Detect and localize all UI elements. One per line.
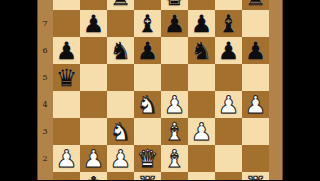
black-knight-c6: ♞ bbox=[110, 39, 132, 63]
rank-label-1: 1 bbox=[38, 172, 52, 180]
white-queen-d2: ♛ bbox=[137, 147, 159, 171]
square-d4: ♞ bbox=[134, 91, 161, 118]
square-b8 bbox=[80, 0, 107, 10]
square-c4 bbox=[107, 91, 134, 118]
square-c3: ♞ bbox=[107, 118, 134, 145]
square-a8 bbox=[53, 0, 80, 10]
square-h3 bbox=[242, 118, 269, 145]
white-knight-d4: ♞ bbox=[137, 93, 159, 117]
square-b5 bbox=[80, 64, 107, 91]
black-queen-a5: ♛ bbox=[56, 66, 78, 90]
square-h6: ♟ bbox=[242, 37, 269, 64]
square-d7: ♝ bbox=[134, 10, 161, 37]
square-c2: ♟ bbox=[107, 145, 134, 172]
black-pawn-b7: ♟ bbox=[83, 12, 105, 36]
square-f2 bbox=[188, 145, 215, 172]
rank-labels: 87654321 bbox=[38, 0, 53, 180]
square-e4: ♟ bbox=[161, 91, 188, 118]
black-knight-f6: ♞ bbox=[191, 39, 213, 63]
square-f1 bbox=[188, 172, 215, 180]
rank-label-7: 7 bbox=[38, 10, 52, 37]
black-pawn-g6: ♟ bbox=[218, 39, 240, 63]
square-a6: ♟ bbox=[53, 37, 80, 64]
rank-label-6: 6 bbox=[38, 37, 52, 64]
black-bishop-g7: ♝ bbox=[218, 12, 240, 36]
black-king-e8: ♚ bbox=[164, 0, 186, 9]
square-a2: ♟ bbox=[53, 145, 80, 172]
square-a3 bbox=[53, 118, 80, 145]
square-g1 bbox=[215, 172, 242, 180]
white-king-b1: ♚ bbox=[83, 174, 105, 181]
square-a5: ♛ bbox=[53, 64, 80, 91]
square-b6 bbox=[80, 37, 107, 64]
square-d1: ♜ bbox=[134, 172, 161, 180]
square-h8: ♜ bbox=[242, 0, 269, 10]
rank-label-8: 8 bbox=[38, 0, 52, 10]
black-pawn-e7: ♟ bbox=[164, 12, 186, 36]
square-b2: ♟ bbox=[80, 145, 107, 172]
square-c8: ♜ bbox=[107, 0, 134, 10]
white-bishop-e2: ♝ bbox=[164, 147, 186, 171]
video-frame: 87654321 ♜♚♜♟♝♟♟♝♟♞♟♞♟♟♛♞♟♟♟♞♝♟♟♟♟♛♝♚♜♜ bbox=[0, 0, 320, 180]
rank-label-5: 5 bbox=[38, 64, 52, 91]
white-rook-d1: ♜ bbox=[137, 174, 159, 181]
white-pawn-f3: ♟ bbox=[191, 120, 213, 144]
square-d6: ♟ bbox=[134, 37, 161, 64]
white-pawn-g4: ♟ bbox=[218, 93, 240, 117]
square-g6: ♟ bbox=[215, 37, 242, 64]
square-g7: ♝ bbox=[215, 10, 242, 37]
white-rook-h1: ♜ bbox=[245, 174, 267, 181]
black-pawn-d6: ♟ bbox=[137, 39, 159, 63]
square-d2: ♛ bbox=[134, 145, 161, 172]
square-f4 bbox=[188, 91, 215, 118]
square-f8 bbox=[188, 0, 215, 10]
square-c6: ♞ bbox=[107, 37, 134, 64]
square-d8 bbox=[134, 0, 161, 10]
square-b1: ♚ bbox=[80, 172, 107, 180]
black-pawn-a6: ♟ bbox=[56, 39, 78, 63]
square-e2: ♝ bbox=[161, 145, 188, 172]
square-b3 bbox=[80, 118, 107, 145]
square-h4: ♟ bbox=[242, 91, 269, 118]
square-c5 bbox=[107, 64, 134, 91]
square-d5 bbox=[134, 64, 161, 91]
square-e1 bbox=[161, 172, 188, 180]
white-pawn-c2: ♟ bbox=[110, 147, 132, 171]
white-knight-c3: ♞ bbox=[110, 120, 132, 144]
square-h7 bbox=[242, 10, 269, 37]
square-a1 bbox=[53, 172, 80, 180]
white-pawn-e4: ♟ bbox=[164, 93, 186, 117]
board-squares: ♜♚♜♟♝♟♟♝♟♞♟♞♟♟♛♞♟♟♟♞♝♟♟♟♟♛♝♚♜♜ bbox=[53, 0, 269, 180]
square-e7: ♟ bbox=[161, 10, 188, 37]
square-h1: ♜ bbox=[242, 172, 269, 180]
square-b4 bbox=[80, 91, 107, 118]
rank-label-3: 3 bbox=[38, 118, 52, 145]
square-f5 bbox=[188, 64, 215, 91]
square-b7: ♟ bbox=[80, 10, 107, 37]
white-pawn-b2: ♟ bbox=[83, 147, 105, 171]
square-f3: ♟ bbox=[188, 118, 215, 145]
square-e8: ♚ bbox=[161, 0, 188, 10]
square-g4: ♟ bbox=[215, 91, 242, 118]
chess-board: 87654321 ♜♚♜♟♝♟♟♝♟♞♟♞♟♟♛♞♟♟♟♞♝♟♟♟♟♛♝♚♜♜ bbox=[37, 0, 283, 180]
square-e5 bbox=[161, 64, 188, 91]
square-c7 bbox=[107, 10, 134, 37]
square-h5 bbox=[242, 64, 269, 91]
rank-label-4: 4 bbox=[38, 91, 52, 118]
square-g2 bbox=[215, 145, 242, 172]
black-pawn-f7: ♟ bbox=[191, 12, 213, 36]
square-g5 bbox=[215, 64, 242, 91]
square-h2 bbox=[242, 145, 269, 172]
black-bishop-d7: ♝ bbox=[137, 12, 159, 36]
black-pawn-h6: ♟ bbox=[245, 39, 267, 63]
square-c1 bbox=[107, 172, 134, 180]
square-a4 bbox=[53, 91, 80, 118]
square-d3 bbox=[134, 118, 161, 145]
white-pawn-a2: ♟ bbox=[56, 147, 78, 171]
square-e3: ♝ bbox=[161, 118, 188, 145]
white-pawn-h4: ♟ bbox=[245, 93, 267, 117]
square-f6: ♞ bbox=[188, 37, 215, 64]
black-rook-c8: ♜ bbox=[110, 0, 132, 9]
square-a7 bbox=[53, 10, 80, 37]
black-rook-h8: ♜ bbox=[245, 0, 267, 9]
rank-label-2: 2 bbox=[38, 145, 52, 172]
square-f7: ♟ bbox=[188, 10, 215, 37]
white-bishop-e3: ♝ bbox=[164, 120, 186, 144]
square-g8 bbox=[215, 0, 242, 10]
square-g3 bbox=[215, 118, 242, 145]
square-e6 bbox=[161, 37, 188, 64]
